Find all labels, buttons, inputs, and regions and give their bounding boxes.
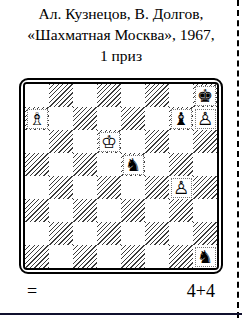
header-authors: Ал. Кузнецов, В. Долгов,	[0, 3, 242, 24]
square-a7: ♗	[25, 107, 49, 130]
square-c4	[73, 176, 97, 199]
study-diagram-page: Ал. Кузнецов, В. Долгов, «Шахматная Моск…	[0, 0, 242, 318]
square-b7	[49, 107, 73, 130]
square-g8	[169, 84, 193, 107]
black-king-piece: ♚	[195, 86, 216, 106]
square-h8: ♚	[193, 84, 217, 107]
square-b2	[49, 222, 73, 245]
square-f5	[145, 153, 169, 176]
square-e5: ♞	[121, 153, 145, 176]
square-a1	[25, 245, 49, 268]
square-f8	[145, 84, 169, 107]
material-count: 4+4	[187, 281, 215, 302]
square-g7: ♝	[169, 107, 193, 130]
study-header: Ал. Кузнецов, В. Долгов, «Шахматная Моск…	[0, 0, 242, 66]
square-h6	[193, 130, 217, 153]
square-h5	[193, 153, 217, 176]
square-h1: ♞	[193, 245, 217, 268]
square-a4	[25, 176, 49, 199]
square-d2	[97, 222, 121, 245]
square-e1	[121, 245, 145, 268]
square-e7	[121, 107, 145, 130]
header-award: 1 приз	[0, 45, 242, 66]
square-e4	[121, 176, 145, 199]
square-c3	[73, 199, 97, 222]
header-source-year: «Шахматная Москва», 1967,	[0, 24, 242, 45]
square-h2	[193, 222, 217, 245]
board-grid: ♚♗♝♙♔♞♙♞	[25, 84, 217, 268]
square-b6	[49, 130, 73, 153]
black-bishop-piece: ♝	[171, 109, 192, 129]
white-king-piece: ♔	[99, 132, 120, 152]
square-b1	[49, 245, 73, 268]
square-c5	[73, 153, 97, 176]
chessboard-frame: ♚♗♝♙♔♞♙♞	[19, 78, 223, 274]
stipulation-draw-symbol: =	[27, 281, 37, 302]
black-knight-piece: ♞	[195, 247, 216, 267]
square-d8	[97, 84, 121, 107]
square-b3	[49, 199, 73, 222]
square-a3	[25, 199, 49, 222]
square-h7: ♙	[193, 107, 217, 130]
square-g3	[169, 199, 193, 222]
black-knight-piece: ♞	[123, 155, 144, 175]
square-f2	[145, 222, 169, 245]
white-bishop-piece: ♗	[27, 109, 48, 129]
square-g4: ♙	[169, 176, 193, 199]
square-c8	[73, 84, 97, 107]
square-c1	[73, 245, 97, 268]
square-d5	[97, 153, 121, 176]
square-e8	[121, 84, 145, 107]
diagram-caption: = 4+4	[18, 281, 224, 302]
square-h4	[193, 176, 217, 199]
square-h3	[193, 199, 217, 222]
square-a5	[25, 153, 49, 176]
square-e3	[121, 199, 145, 222]
square-g5	[169, 153, 193, 176]
chessboard-inner-border: ♚♗♝♙♔♞♙♞	[23, 82, 219, 270]
white-pawn-piece: ♙	[171, 178, 192, 198]
square-b8	[49, 84, 73, 107]
square-d4	[97, 176, 121, 199]
square-c2	[73, 222, 97, 245]
square-f3	[145, 199, 169, 222]
square-c7	[73, 107, 97, 130]
square-f1	[145, 245, 169, 268]
table-bottom-rule	[0, 313, 242, 315]
square-a8	[25, 84, 49, 107]
square-d3	[97, 199, 121, 222]
white-pawn-piece: ♙	[195, 109, 216, 129]
square-e2	[121, 222, 145, 245]
square-a6	[25, 130, 49, 153]
square-d6: ♔	[97, 130, 121, 153]
square-e6	[121, 130, 145, 153]
square-f4	[145, 176, 169, 199]
table-cell-dashed-border	[237, 0, 239, 318]
square-f6	[145, 130, 169, 153]
square-a2	[25, 222, 49, 245]
square-d7	[97, 107, 121, 130]
square-g2	[169, 222, 193, 245]
square-g1	[169, 245, 193, 268]
square-d1	[97, 245, 121, 268]
square-b5	[49, 153, 73, 176]
square-b4	[49, 176, 73, 199]
square-c6	[73, 130, 97, 153]
square-f7	[145, 107, 169, 130]
square-g6	[169, 130, 193, 153]
